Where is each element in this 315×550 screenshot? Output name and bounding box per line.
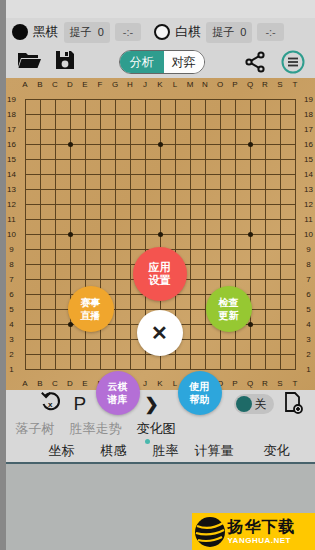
col-label: K <box>153 377 168 390</box>
row-label: 8 <box>6 257 18 272</box>
col-label: C <box>48 78 63 92</box>
white-timer: -:- <box>257 23 283 41</box>
row-label: 18 <box>6 107 18 122</box>
white-captures-box: 提子 0 <box>206 22 252 43</box>
new-board-button[interactable] <box>281 390 305 418</box>
star-point <box>248 142 253 147</box>
col-label: D <box>63 377 78 390</box>
fab-cloud-library[interactable]: 云棋 谱库 <box>96 371 140 415</box>
save-icon <box>54 49 76 75</box>
analysis-toggle[interactable]: 关 <box>234 394 274 414</box>
row-label: 15 <box>6 152 18 167</box>
row-label: 1 <box>6 362 18 377</box>
pass-button[interactable]: P <box>74 390 87 418</box>
col-label: A <box>18 78 33 92</box>
row-label: 15 <box>303 152 315 167</box>
star-point <box>248 232 253 237</box>
col-label: J <box>138 78 153 92</box>
row-label: 3 <box>303 332 315 347</box>
sub-toolbar: x P ❯ 关 <box>6 390 315 418</box>
row-label: 4 <box>303 317 315 332</box>
row-label: 3 <box>6 332 18 347</box>
col-label: P <box>228 377 243 390</box>
row-label: 7 <box>6 272 18 287</box>
tab-winrate-trend[interactable]: 胜率走势 <box>70 420 122 438</box>
col-label: D <box>63 78 78 92</box>
col-label: T <box>288 377 303 390</box>
close-icon: ✕ <box>151 323 168 343</box>
row-label: 16 <box>6 137 18 152</box>
tab-move-tree[interactable]: 落子树 <box>16 420 55 438</box>
menu-icon <box>281 50 305 78</box>
star-point <box>248 322 253 327</box>
col-label: Q <box>243 78 258 92</box>
row-label: 12 <box>303 197 315 212</box>
option-visits[interactable]: 计算量 <box>195 442 234 460</box>
row-label: 11 <box>303 212 315 227</box>
row-label: 2 <box>303 347 315 362</box>
menu-button[interactable] <box>281 50 305 78</box>
option-coordinates[interactable]: 坐标 <box>49 442 75 460</box>
col-label: R <box>258 377 273 390</box>
col-label: B <box>33 78 48 92</box>
star-point <box>158 232 163 237</box>
toggle-state-label: 关 <box>255 396 267 413</box>
option-variation[interactable]: 变化 <box>264 442 290 460</box>
black-captures-box: 提子 0 <box>64 22 110 43</box>
open-file-button[interactable] <box>16 49 42 75</box>
row-label: 8 <box>303 257 315 272</box>
toggle-knob-icon <box>236 396 252 412</box>
row-label: 6 <box>303 287 315 302</box>
save-button[interactable] <box>54 49 76 75</box>
row-label: 10 <box>6 227 18 242</box>
status-strip <box>6 0 315 18</box>
row-labels-right: 19181716151413121110987654321 <box>303 92 315 377</box>
row-label: 18 <box>303 107 315 122</box>
watermark-logo-icon <box>194 516 226 548</box>
row-label: 14 <box>303 167 315 182</box>
col-labels-top: ABCDEFGHJKLMNOPQRST <box>18 78 303 92</box>
fab-usage-help[interactable]: 使用 帮助 <box>178 371 222 415</box>
white-captures-label: 提子 <box>212 26 234 38</box>
mode-segmented-control: 分析 对弈 <box>119 50 205 74</box>
next-move-icon: ❯ <box>145 394 159 415</box>
star-point <box>68 142 73 147</box>
option-row: 坐标 棋感 胜率 计算量 变化 <box>6 440 315 462</box>
row-label: 4 <box>6 317 18 332</box>
folder-open-icon <box>16 49 42 75</box>
file-plus-icon <box>281 390 305 418</box>
next-move-button[interactable]: ❯ <box>145 390 159 418</box>
share-icon <box>243 50 267 78</box>
col-label: F <box>93 78 108 92</box>
row-label: 19 <box>303 92 315 107</box>
col-label: M <box>183 78 198 92</box>
row-label: 5 <box>6 302 18 317</box>
option-winrate[interactable]: 胜率 <box>153 442 179 460</box>
col-label: A <box>18 377 33 390</box>
col-label: S <box>273 78 288 92</box>
row-label: 13 <box>303 182 315 197</box>
row-label: 9 <box>6 242 18 257</box>
row-label: 9 <box>303 242 315 257</box>
app-window: 黑棋 提子 0 -:- 白棋 提子 0 -:- 分析 对弈 <box>6 0 315 550</box>
undo-icon: x <box>39 390 63 418</box>
col-label: O <box>213 78 228 92</box>
row-label: 17 <box>303 122 315 137</box>
action-bar: 分析 对弈 <box>6 46 315 78</box>
col-label: P <box>228 78 243 92</box>
col-label: N <box>198 78 213 92</box>
row-label: 10 <box>303 227 315 242</box>
col-label: K <box>153 78 168 92</box>
col-label: R <box>258 78 273 92</box>
play-tab[interactable]: 对弈 <box>164 51 204 73</box>
black-stone-icon <box>12 24 28 40</box>
black-captures-count: 0 <box>98 26 104 38</box>
col-label: L <box>168 78 183 92</box>
row-label: 14 <box>6 167 18 182</box>
black-timer: -:- <box>115 23 141 41</box>
row-label: 17 <box>6 122 18 137</box>
player-bar: 黑棋 提子 0 -:- 白棋 提子 0 -:- <box>6 18 315 46</box>
tab-variation-diagram[interactable]: 变化图 <box>137 420 176 438</box>
black-captures-label: 提子 <box>70 26 92 38</box>
row-label: 13 <box>6 182 18 197</box>
col-label: S <box>273 377 288 390</box>
col-labels-bottom: ABCDEFGHJKLMNOPQRST <box>18 377 303 390</box>
star-point <box>68 232 73 237</box>
star-point <box>158 142 163 147</box>
watermark-title: 扬华下载 <box>228 519 296 535</box>
col-label: E <box>78 377 93 390</box>
watermark-banner: 扬华下载 YANGHUA.NET <box>192 513 315 550</box>
row-label: 11 <box>6 212 18 227</box>
fab-app-settings[interactable]: 应用 设置 <box>133 247 187 301</box>
view-tabs: 落子树 胜率走势 变化图 <box>6 418 315 440</box>
fab-check-update[interactable]: 检查 更新 <box>206 286 252 332</box>
option-intuition[interactable]: 棋感 <box>101 442 127 460</box>
svg-text:x: x <box>48 400 53 409</box>
row-label: 5 <box>303 302 315 317</box>
white-captures-count: 0 <box>240 26 246 38</box>
analyze-tab[interactable]: 分析 <box>120 51 164 73</box>
col-label: T <box>288 78 303 92</box>
row-label: 6 <box>6 287 18 302</box>
watermark-domain: YANGHUA.NET <box>228 537 296 545</box>
row-label: 19 <box>6 92 18 107</box>
fab-live-matches[interactable]: 赛事 直播 <box>68 286 114 332</box>
row-label: 16 <box>303 137 315 152</box>
col-label: B <box>33 377 48 390</box>
share-button[interactable] <box>243 50 267 78</box>
white-player-name: 白棋 <box>175 23 201 41</box>
row-label: 12 <box>6 197 18 212</box>
white-stone-icon <box>154 24 170 40</box>
col-label: C <box>48 377 63 390</box>
pass-label: P <box>74 393 87 415</box>
undo-button[interactable]: x <box>39 390 63 418</box>
row-label: 1 <box>303 362 315 377</box>
col-label: G <box>108 78 123 92</box>
active-tab-indicator <box>145 439 150 444</box>
row-label: 2 <box>6 347 18 362</box>
black-player-name: 黑棋 <box>33 23 59 41</box>
fab-close-button[interactable]: ✕ <box>137 310 183 356</box>
row-labels-left: 19181716151413121110987654321 <box>6 92 18 377</box>
row-label: 7 <box>303 272 315 287</box>
tab-variation-label: 变化图 <box>137 421 176 436</box>
col-label: Q <box>243 377 258 390</box>
col-label: E <box>78 78 93 92</box>
col-label: H <box>123 78 138 92</box>
col-label: J <box>138 377 153 390</box>
